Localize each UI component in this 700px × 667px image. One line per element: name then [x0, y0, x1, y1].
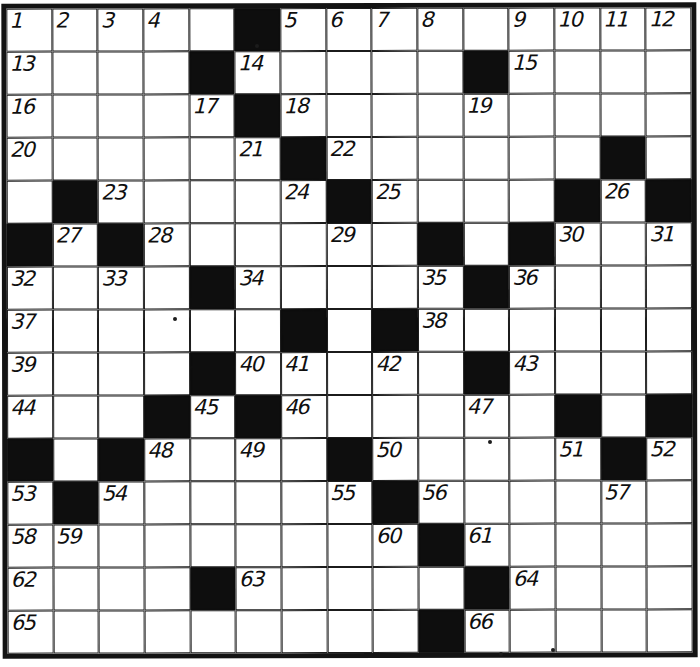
cell-r7c9[interactable] [372, 266, 418, 309]
cell-r15c5[interactable] [190, 610, 236, 653]
clue-number-30: 30 [558, 224, 582, 246]
cell-r10c9[interactable] [372, 395, 418, 438]
cell-r15c7[interactable] [282, 610, 328, 653]
cell-r10c10[interactable] [418, 395, 464, 438]
cell-r6c8[interactable]: 29 [326, 223, 372, 266]
clue-number-1: 1 [9, 10, 21, 32]
cell-r5c1[interactable] [7, 181, 53, 224]
cell-r4c1[interactable]: 20 [7, 138, 53, 181]
cell-r11c12[interactable] [510, 438, 556, 481]
cell-r5c13-black-square [555, 179, 601, 222]
cell-r1c14[interactable]: 11 [600, 7, 646, 50]
cell-r7c7[interactable] [281, 266, 327, 309]
cell-r14c3[interactable] [99, 567, 145, 610]
cell-r5c4[interactable] [144, 180, 190, 223]
cell-r15c14[interactable] [601, 609, 647, 652]
clue-number-37: 37 [10, 311, 34, 333]
cell-r15c10-black-square [419, 610, 465, 653]
cell-r11c14-black-square [601, 437, 647, 480]
cell-r9c11-black-square [464, 352, 510, 395]
clue-number-44: 44 [10, 397, 34, 419]
cell-r9c4[interactable] [144, 352, 190, 395]
cell-r4c15[interactable] [646, 136, 692, 179]
cell-r5c2-black-square [52, 181, 98, 224]
cell-r1c13[interactable]: 10 [554, 7, 600, 50]
cell-r8c13[interactable] [555, 308, 601, 351]
cell-r9c15[interactable] [646, 351, 692, 394]
cell-r12c12[interactable] [510, 481, 556, 524]
clue-number-22: 22 [329, 138, 353, 160]
ink-speck-artifact-3 [488, 440, 492, 444]
clue-number-3: 3 [101, 9, 113, 31]
cell-r1c3[interactable]: 3 [98, 8, 144, 51]
cell-r8c2[interactable] [53, 310, 99, 353]
cell-r2c4[interactable] [143, 51, 189, 94]
cell-r10c1[interactable]: 44 [7, 396, 53, 439]
cell-r4c2[interactable] [52, 138, 98, 181]
cell-r10c12[interactable] [509, 395, 555, 438]
cell-r3c11[interactable]: 19 [463, 94, 509, 137]
cell-r12c13[interactable] [555, 480, 601, 523]
cell-r14c15[interactable] [647, 566, 693, 609]
clue-number-66: 66 [467, 611, 491, 633]
clue-number-58: 58 [10, 526, 34, 548]
cell-r12c11[interactable] [464, 481, 510, 524]
cell-r15c4[interactable] [145, 610, 191, 653]
cell-r15c3[interactable] [99, 610, 145, 653]
cell-r3c3[interactable] [98, 94, 144, 137]
cell-r4c5[interactable] [189, 137, 235, 180]
cell-r11c2[interactable] [53, 439, 99, 482]
cell-r11c3-black-square [99, 438, 145, 481]
cell-r9c9[interactable]: 42 [372, 352, 418, 395]
cell-r2c7[interactable] [280, 51, 326, 94]
cell-r5c7[interactable]: 24 [281, 180, 327, 223]
clue-number-21: 21 [238, 138, 262, 160]
cell-r6c1-black-square [7, 224, 53, 267]
cell-r6c9[interactable] [372, 223, 418, 266]
cell-r15c11[interactable]: 66 [464, 610, 510, 653]
cell-r5c12[interactable] [509, 180, 555, 223]
cell-r14c1[interactable]: 62 [7, 568, 53, 611]
cell-r7c13[interactable] [555, 265, 601, 308]
cell-r5c14[interactable]: 26 [600, 179, 646, 222]
clue-number-23: 23 [101, 181, 125, 203]
cell-r13c5[interactable] [190, 524, 236, 567]
cell-r12c10[interactable]: 56 [418, 481, 464, 524]
clue-number-32: 32 [10, 268, 34, 290]
cell-r14c7[interactable] [281, 567, 327, 610]
cell-r11c13[interactable]: 51 [555, 437, 601, 480]
clue-number-52: 52 [650, 438, 674, 460]
cell-r8c6[interactable] [235, 309, 281, 352]
cell-r11c5[interactable] [190, 438, 236, 481]
cell-r14c10[interactable] [418, 567, 464, 610]
cell-r3c7[interactable]: 18 [281, 94, 327, 137]
cell-r3c2[interactable] [52, 95, 98, 138]
cell-r6c10-black-square [418, 223, 464, 266]
cell-r13c4[interactable] [144, 524, 190, 567]
cell-r4c13[interactable] [555, 136, 601, 179]
cell-r2c13[interactable] [554, 50, 600, 93]
cell-r11c15[interactable]: 52 [647, 437, 693, 480]
cell-r8c9-black-square [372, 309, 418, 352]
cell-r10c2[interactable] [53, 396, 99, 439]
cell-r12c14[interactable]: 57 [601, 480, 647, 523]
cell-r13c1[interactable]: 58 [7, 525, 53, 568]
cell-r2c12[interactable]: 15 [509, 51, 555, 94]
clue-number-63: 63 [239, 568, 263, 590]
cell-r10c3[interactable] [98, 395, 144, 438]
clue-number-24: 24 [284, 181, 308, 203]
cell-r11c6[interactable]: 49 [236, 438, 282, 481]
cell-r3c4[interactable] [144, 94, 190, 137]
cell-r11c7[interactable] [281, 438, 327, 481]
cell-r15c1[interactable]: 65 [8, 611, 54, 654]
cell-r11c9[interactable]: 50 [373, 438, 419, 481]
clue-number-34: 34 [238, 267, 262, 289]
cell-r10c13-black-square [555, 394, 601, 437]
cell-r13c7[interactable] [281, 524, 327, 567]
cell-r14c9[interactable] [373, 567, 419, 610]
cell-r13c14[interactable] [601, 523, 647, 566]
clue-number-6: 6 [329, 9, 341, 31]
cell-r2c15[interactable] [646, 50, 692, 93]
cell-r8c1[interactable]: 37 [7, 310, 53, 353]
cell-r9c10[interactable] [418, 352, 464, 395]
clue-number-36: 36 [512, 267, 536, 289]
cell-r2c8[interactable] [326, 51, 372, 94]
cell-r12c9-black-square [373, 481, 419, 524]
cell-r13c13[interactable] [555, 523, 601, 566]
clue-number-26: 26 [603, 180, 627, 202]
cell-r2c6[interactable]: 14 [235, 51, 281, 94]
cell-r4c14-black-square [600, 136, 646, 179]
cell-r9c14[interactable] [601, 351, 647, 394]
clue-number-17: 17 [192, 95, 216, 117]
clue-number-42: 42 [375, 353, 399, 375]
cell-r15c9[interactable] [373, 610, 419, 653]
cell-r2c2[interactable] [52, 52, 98, 95]
cell-r5c5[interactable] [189, 180, 235, 223]
ink-speck-artifact-4 [499, 652, 503, 656]
clue-number-12: 12 [649, 8, 673, 30]
cell-r7c15[interactable] [646, 265, 692, 308]
cell-r1c5[interactable] [189, 8, 235, 51]
crossword-grid: 1234567891011121314151617181920212223242… [1, 2, 697, 658]
clue-number-15: 15 [512, 52, 536, 74]
cell-r4c10[interactable] [418, 137, 464, 180]
cell-r13c12[interactable] [510, 524, 556, 567]
clue-number-46: 46 [284, 396, 308, 418]
cell-r5c9[interactable]: 25 [372, 180, 418, 223]
cell-r7c3[interactable]: 33 [98, 266, 144, 309]
cell-r6c12-black-square [509, 223, 555, 266]
cell-r3c8[interactable] [326, 94, 372, 137]
clue-number-13: 13 [9, 53, 33, 75]
clue-number-41: 41 [284, 353, 308, 375]
cell-r2c3[interactable] [98, 51, 144, 94]
cell-r12c7[interactable] [281, 481, 327, 524]
cell-r14c14[interactable] [601, 566, 647, 609]
clue-number-14: 14 [238, 52, 262, 74]
cell-r12c6[interactable] [236, 481, 282, 524]
cell-r14c8[interactable] [327, 567, 373, 610]
cell-r12c3[interactable]: 54 [99, 481, 145, 524]
cell-r11c1-black-square [7, 439, 53, 482]
cell-r13c3[interactable] [99, 524, 145, 567]
cell-r5c8-black-square [326, 180, 372, 223]
cell-r6c5[interactable] [189, 223, 235, 266]
cell-r2c10[interactable] [417, 51, 463, 94]
cell-r13c11[interactable]: 61 [464, 524, 510, 567]
cell-r6c4[interactable]: 28 [144, 223, 190, 266]
cell-r1c10[interactable]: 8 [417, 8, 463, 51]
cell-r6c13[interactable]: 30 [555, 222, 601, 265]
cell-r8c3[interactable] [98, 309, 144, 352]
cell-r9c2[interactable] [53, 353, 99, 396]
clue-number-40: 40 [238, 353, 262, 375]
cell-r4c8[interactable]: 22 [326, 137, 372, 180]
cell-r3c15[interactable] [646, 93, 692, 136]
cell-r1c4[interactable]: 4 [143, 8, 189, 51]
clue-number-4: 4 [146, 9, 158, 31]
cell-r9c7[interactable]: 41 [281, 352, 327, 395]
cell-r9c13[interactable] [555, 351, 601, 394]
clue-number-39: 39 [10, 354, 34, 376]
cell-r15c2[interactable] [53, 611, 99, 654]
cell-r10c4-black-square [144, 395, 190, 438]
clue-number-5: 5 [283, 9, 295, 31]
cell-r1c1[interactable]: 1 [6, 9, 52, 52]
cell-r10c7[interactable]: 46 [281, 395, 327, 438]
cell-r4c12[interactable] [509, 137, 555, 180]
cell-r13c6[interactable] [236, 524, 282, 567]
ink-speck-artifact-5 [551, 648, 555, 652]
cell-r3c13[interactable] [555, 93, 601, 136]
clue-number-35: 35 [421, 267, 445, 289]
cell-r8c4[interactable] [144, 309, 190, 352]
cell-r12c8[interactable]: 55 [327, 481, 373, 524]
cell-r9c12[interactable]: 43 [509, 352, 555, 395]
cell-r5c6[interactable] [235, 180, 281, 223]
cell-r1c8[interactable]: 6 [326, 8, 372, 51]
cell-r7c11-black-square [464, 266, 510, 309]
clue-number-27: 27 [55, 225, 79, 247]
clue-number-47: 47 [467, 396, 491, 418]
cell-r8c12[interactable] [509, 309, 555, 352]
cell-r3c14[interactable] [600, 93, 646, 136]
cell-r10c8[interactable] [327, 395, 373, 438]
clue-number-7: 7 [375, 9, 387, 31]
clue-number-20: 20 [10, 139, 34, 161]
cell-r8c10[interactable]: 38 [418, 309, 464, 352]
cell-r3c9[interactable] [372, 94, 418, 137]
clue-number-65: 65 [11, 612, 35, 634]
cell-r3c10[interactable] [418, 94, 464, 137]
cell-r12c1[interactable]: 53 [7, 482, 53, 525]
cell-r6c15[interactable]: 31 [646, 222, 692, 265]
clue-number-62: 62 [10, 569, 34, 591]
cell-r3c12[interactable] [509, 94, 555, 137]
cell-r8c15[interactable] [646, 308, 692, 351]
clue-number-53: 53 [10, 483, 34, 505]
clue-number-28: 28 [147, 224, 171, 246]
cell-r1c11[interactable] [463, 8, 509, 51]
cell-r10c5[interactable]: 45 [190, 395, 236, 438]
cell-r2c14[interactable] [600, 50, 646, 93]
cell-r11c11[interactable] [464, 438, 510, 481]
cell-r10c11[interactable]: 47 [464, 395, 510, 438]
cell-r10c15-black-square [646, 394, 692, 437]
cell-r2c5-black-square [189, 51, 235, 94]
cell-r11c8-black-square [327, 438, 373, 481]
cell-r7c6[interactable]: 34 [235, 266, 281, 309]
cell-r7c8[interactable] [327, 266, 373, 309]
cell-r5c10[interactable] [418, 180, 464, 223]
cell-r2c9[interactable] [372, 51, 418, 94]
clue-number-54: 54 [102, 482, 126, 504]
cell-r8c7-black-square [281, 309, 327, 352]
cell-r14c4[interactable] [144, 567, 190, 610]
cell-r7c1[interactable]: 32 [7, 267, 53, 310]
cell-r7c4[interactable] [144, 266, 190, 309]
clue-number-33: 33 [101, 267, 125, 289]
cell-r15c12[interactable] [510, 610, 556, 653]
clue-number-48: 48 [147, 439, 171, 461]
cell-r7c10[interactable]: 35 [418, 266, 464, 309]
cell-r3c5[interactable]: 17 [189, 94, 235, 137]
clue-number-19: 19 [466, 95, 490, 117]
cell-r9c1[interactable]: 39 [7, 353, 53, 396]
cell-r13c10-black-square [418, 524, 464, 567]
cell-r4c9[interactable] [372, 137, 418, 180]
clue-number-9: 9 [512, 9, 524, 31]
cell-r6c3-black-square [98, 223, 144, 266]
clue-number-11: 11 [603, 8, 627, 30]
cell-r15c13[interactable] [556, 609, 602, 652]
cell-r14c12[interactable]: 64 [510, 567, 556, 610]
cell-r3c1[interactable]: 16 [7, 95, 53, 138]
cell-r4c3[interactable] [98, 137, 144, 180]
cell-r8c8[interactable] [327, 309, 373, 352]
cell-r8c5[interactable] [190, 309, 236, 352]
clue-number-51: 51 [558, 439, 582, 461]
cell-r7c14[interactable] [601, 265, 647, 308]
clue-number-61: 61 [467, 525, 491, 547]
cell-r5c11[interactable] [463, 180, 509, 223]
cell-r13c2[interactable]: 59 [53, 525, 99, 568]
cell-r2c1[interactable]: 13 [6, 52, 52, 95]
clue-number-55: 55 [330, 482, 354, 504]
clue-number-56: 56 [421, 482, 445, 504]
cell-r8c11[interactable] [464, 309, 510, 352]
cell-r10c14[interactable] [601, 394, 647, 437]
cell-r2c11-black-square [463, 51, 509, 94]
clue-number-45: 45 [193, 396, 217, 418]
clue-number-18: 18 [284, 95, 308, 117]
cell-r14c6[interactable]: 63 [236, 567, 282, 610]
clue-number-50: 50 [376, 439, 400, 461]
cell-r9c3[interactable] [98, 352, 144, 395]
clue-number-16: 16 [10, 96, 34, 118]
clue-number-43: 43 [512, 353, 536, 375]
cell-r6c14[interactable] [600, 222, 646, 265]
clue-number-38: 38 [421, 310, 445, 332]
cell-r1c15[interactable]: 12 [646, 7, 692, 50]
ink-speck-artifact-2 [173, 317, 177, 321]
cell-r4c6[interactable]: 21 [235, 137, 281, 180]
cell-r4c4[interactable] [144, 137, 190, 180]
cell-r11c4[interactable]: 48 [144, 438, 190, 481]
cell-r13c15[interactable] [647, 523, 693, 566]
cell-r5c3[interactable]: 23 [98, 180, 144, 223]
cell-r7c12[interactable]: 36 [509, 266, 555, 309]
cell-r11c10[interactable] [418, 438, 464, 481]
cell-r15c6[interactable] [236, 610, 282, 653]
cell-r6c11[interactable] [463, 223, 509, 266]
cell-r9c8[interactable] [327, 352, 373, 395]
cell-r4c7-black-square [281, 137, 327, 180]
ink-speck-artifact-1 [255, 44, 259, 48]
clue-number-60: 60 [376, 525, 400, 547]
cell-r12c15[interactable] [647, 480, 693, 523]
cell-r6c7[interactable] [281, 223, 327, 266]
cell-r15c8[interactable] [327, 610, 373, 653]
cell-r12c5[interactable] [190, 481, 236, 524]
cell-r3c6-black-square [235, 94, 281, 137]
cell-r14c2[interactable] [53, 568, 99, 611]
cell-r12c2-black-square [53, 482, 99, 525]
clue-number-49: 49 [239, 439, 263, 461]
clue-number-64: 64 [513, 568, 537, 590]
cell-r14c13[interactable] [555, 566, 601, 609]
clue-number-31: 31 [649, 223, 673, 245]
cell-r4c11[interactable] [463, 137, 509, 180]
cell-r6c2[interactable]: 27 [52, 224, 98, 267]
cell-r1c7[interactable]: 5 [280, 8, 326, 51]
cell-r15c15[interactable] [647, 609, 693, 652]
cell-r9c6[interactable]: 40 [235, 352, 281, 395]
cell-r8c14[interactable] [601, 308, 647, 351]
clue-number-29: 29 [329, 224, 353, 246]
cell-r5c15-black-square [646, 179, 692, 222]
cell-r1c9[interactable]: 7 [372, 8, 418, 51]
clue-number-25: 25 [375, 181, 399, 203]
clue-number-59: 59 [56, 526, 80, 548]
cell-r14c5-black-square [190, 567, 236, 610]
cell-r14c11-black-square [464, 567, 510, 610]
clue-number-8: 8 [420, 9, 432, 31]
cell-r7c5-black-square [190, 266, 236, 309]
cell-r10c6-black-square [235, 395, 281, 438]
cell-r9c5-black-square [190, 352, 236, 395]
cell-r12c4[interactable] [144, 481, 190, 524]
cell-r13c9[interactable]: 60 [373, 524, 419, 567]
clue-number-2: 2 [55, 10, 67, 32]
cell-r7c2[interactable] [53, 267, 99, 310]
cell-r6c6[interactable] [235, 223, 281, 266]
clue-number-10: 10 [557, 9, 581, 31]
cell-r1c2[interactable]: 2 [52, 9, 98, 52]
cell-r1c12[interactable]: 9 [509, 8, 555, 51]
cell-r13c8[interactable] [327, 524, 373, 567]
clue-number-57: 57 [604, 481, 628, 503]
